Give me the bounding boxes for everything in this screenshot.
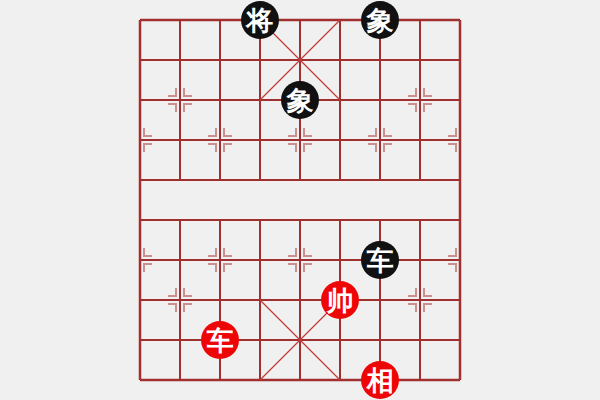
piece-red-elephant[interactable]: 相 [361,361,399,399]
piece-black-elephant[interactable]: 象 [361,1,399,39]
board-point: 相 [360,360,400,400]
piece-black-general[interactable]: 将 [241,1,279,39]
board-point: 将 [240,0,280,40]
piece-black-chariot[interactable]: 车 [361,241,399,279]
board-point: 帅 [320,280,360,320]
xiangqi-board-area: 将象象车帅车相 [0,0,600,400]
board-point: 车 [360,240,400,280]
board-point: 车 [200,320,240,360]
board-point: 象 [280,80,320,120]
piece-red-general[interactable]: 帅 [321,281,359,319]
board-point: 象 [360,0,400,40]
piece-red-chariot[interactable]: 车 [201,321,239,359]
pieces-layer: 将象象车帅车相 [120,0,480,400]
piece-black-elephant[interactable]: 象 [281,81,319,119]
